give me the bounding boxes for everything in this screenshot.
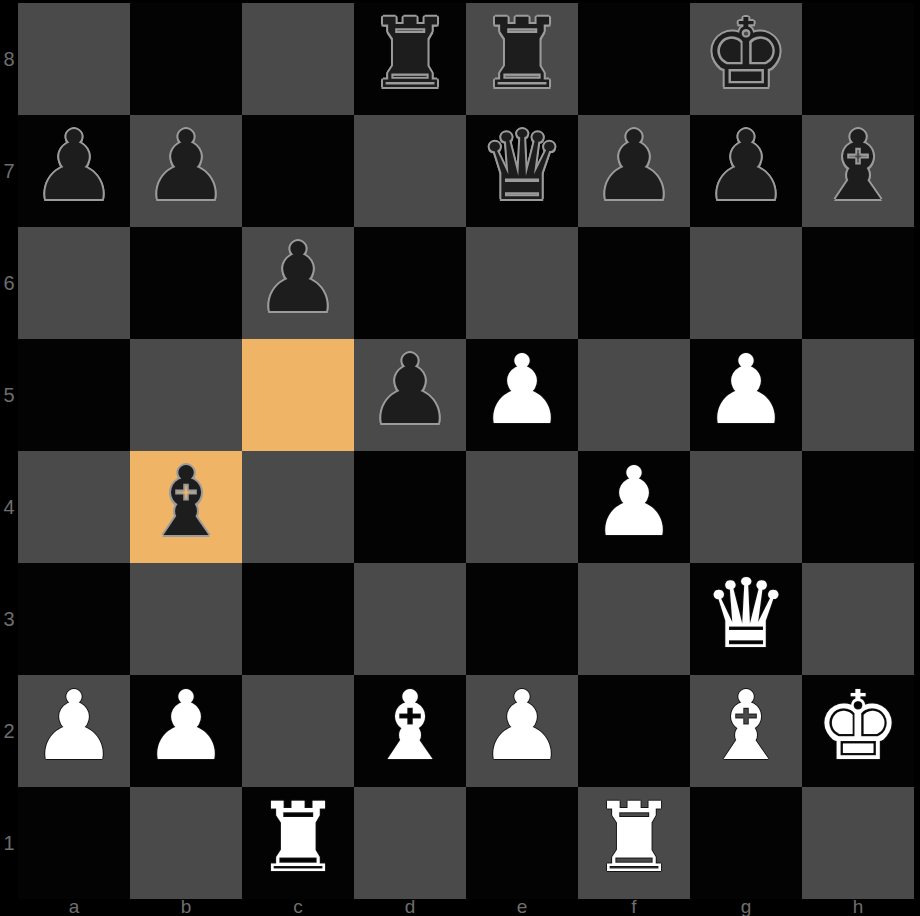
square-h3[interactable] bbox=[802, 563, 914, 675]
square-d2[interactable]: ♝ bbox=[354, 675, 466, 787]
chess-board: ♜♜♚♟♟♛♟♟♝♟♟♟♟♝♟♛♟♟♝♟♝♚♜♜ bbox=[18, 3, 914, 899]
square-e6[interactable] bbox=[466, 227, 578, 339]
square-f1[interactable]: ♜ bbox=[578, 787, 690, 899]
square-d6[interactable] bbox=[354, 227, 466, 339]
square-a6[interactable] bbox=[18, 227, 130, 339]
square-e3[interactable] bbox=[466, 563, 578, 675]
square-e8[interactable]: ♜ bbox=[466, 3, 578, 115]
square-c5[interactable] bbox=[242, 339, 354, 451]
white-king[interactable]: ♚ bbox=[815, 670, 901, 782]
black-queen[interactable]: ♛ bbox=[479, 110, 565, 222]
rank-label-6: 6 bbox=[0, 227, 18, 339]
square-h7[interactable]: ♝ bbox=[802, 115, 914, 227]
square-a2[interactable]: ♟ bbox=[18, 675, 130, 787]
square-d4[interactable] bbox=[354, 451, 466, 563]
file-label-c: c bbox=[242, 898, 354, 916]
square-g7[interactable]: ♟ bbox=[690, 115, 802, 227]
white-pawn[interactable]: ♟ bbox=[479, 670, 565, 782]
square-a3[interactable] bbox=[18, 563, 130, 675]
file-label-f: f bbox=[578, 898, 690, 916]
black-pawn[interactable]: ♟ bbox=[31, 110, 117, 222]
square-h1[interactable] bbox=[802, 787, 914, 899]
square-b3[interactable] bbox=[130, 563, 242, 675]
square-e2[interactable]: ♟ bbox=[466, 675, 578, 787]
white-bishop[interactable]: ♝ bbox=[367, 670, 453, 782]
rank-label-5: 5 bbox=[0, 339, 18, 451]
rank-label-4: 4 bbox=[0, 451, 18, 563]
square-c2[interactable] bbox=[242, 675, 354, 787]
square-f6[interactable] bbox=[578, 227, 690, 339]
white-pawn[interactable]: ♟ bbox=[31, 670, 117, 782]
white-rook[interactable]: ♜ bbox=[255, 782, 341, 894]
square-f3[interactable] bbox=[578, 563, 690, 675]
black-pawn[interactable]: ♟ bbox=[591, 110, 677, 222]
square-a7[interactable]: ♟ bbox=[18, 115, 130, 227]
file-label-b: b bbox=[130, 898, 242, 916]
black-pawn[interactable]: ♟ bbox=[703, 110, 789, 222]
square-c7[interactable] bbox=[242, 115, 354, 227]
square-e4[interactable] bbox=[466, 451, 578, 563]
square-c8[interactable] bbox=[242, 3, 354, 115]
black-pawn[interactable]: ♟ bbox=[367, 334, 453, 446]
rank-label-1: 1 bbox=[0, 787, 18, 899]
square-f5[interactable] bbox=[578, 339, 690, 451]
square-a1[interactable] bbox=[18, 787, 130, 899]
file-label-d: d bbox=[354, 898, 466, 916]
black-bishop[interactable]: ♝ bbox=[815, 110, 901, 222]
square-d8[interactable]: ♜ bbox=[354, 3, 466, 115]
file-label-a: a bbox=[18, 898, 130, 916]
square-b1[interactable] bbox=[130, 787, 242, 899]
square-b7[interactable]: ♟ bbox=[130, 115, 242, 227]
square-h6[interactable] bbox=[802, 227, 914, 339]
square-h2[interactable]: ♚ bbox=[802, 675, 914, 787]
file-label-e: e bbox=[466, 898, 578, 916]
rank-label-2: 2 bbox=[0, 675, 18, 787]
rank-label-3: 3 bbox=[0, 563, 18, 675]
black-rook[interactable]: ♜ bbox=[479, 0, 565, 110]
square-b6[interactable] bbox=[130, 227, 242, 339]
white-queen[interactable]: ♛ bbox=[703, 558, 789, 670]
square-d5[interactable]: ♟ bbox=[354, 339, 466, 451]
square-g1[interactable] bbox=[690, 787, 802, 899]
square-d1[interactable] bbox=[354, 787, 466, 899]
square-c3[interactable] bbox=[242, 563, 354, 675]
white-pawn[interactable]: ♟ bbox=[143, 670, 229, 782]
square-a4[interactable] bbox=[18, 451, 130, 563]
square-b4[interactable]: ♝ bbox=[130, 451, 242, 563]
square-g2[interactable]: ♝ bbox=[690, 675, 802, 787]
square-a8[interactable] bbox=[18, 3, 130, 115]
white-pawn[interactable]: ♟ bbox=[591, 446, 677, 558]
black-king[interactable]: ♚ bbox=[703, 0, 789, 110]
square-c4[interactable] bbox=[242, 451, 354, 563]
square-g8[interactable]: ♚ bbox=[690, 3, 802, 115]
square-h8[interactable] bbox=[802, 3, 914, 115]
square-b2[interactable]: ♟ bbox=[130, 675, 242, 787]
square-g4[interactable] bbox=[690, 451, 802, 563]
square-b5[interactable] bbox=[130, 339, 242, 451]
square-e7[interactable]: ♛ bbox=[466, 115, 578, 227]
square-h5[interactable] bbox=[802, 339, 914, 451]
rank-label-7: 7 bbox=[0, 115, 18, 227]
white-rook[interactable]: ♜ bbox=[591, 782, 677, 894]
white-bishop[interactable]: ♝ bbox=[703, 670, 789, 782]
square-f8[interactable] bbox=[578, 3, 690, 115]
square-f7[interactable]: ♟ bbox=[578, 115, 690, 227]
square-f4[interactable]: ♟ bbox=[578, 451, 690, 563]
rank-label-8: 8 bbox=[0, 3, 18, 115]
square-g5[interactable]: ♟ bbox=[690, 339, 802, 451]
square-h4[interactable] bbox=[802, 451, 914, 563]
file-label-g: g bbox=[690, 898, 802, 916]
square-d7[interactable] bbox=[354, 115, 466, 227]
square-g6[interactable] bbox=[690, 227, 802, 339]
black-pawn[interactable]: ♟ bbox=[255, 222, 341, 334]
black-rook[interactable]: ♜ bbox=[367, 0, 453, 110]
file-label-h: h bbox=[802, 898, 914, 916]
square-f2[interactable] bbox=[578, 675, 690, 787]
square-e1[interactable] bbox=[466, 787, 578, 899]
square-g3[interactable]: ♛ bbox=[690, 563, 802, 675]
chess-app: ♜♜♚♟♟♛♟♟♝♟♟♟♟♝♟♛♟♟♝♟♝♚♜♜ 87654321 abcdef… bbox=[0, 0, 920, 916]
white-pawn[interactable]: ♟ bbox=[703, 334, 789, 446]
square-e5[interactable]: ♟ bbox=[466, 339, 578, 451]
square-c6[interactable]: ♟ bbox=[242, 227, 354, 339]
square-c1[interactable]: ♜ bbox=[242, 787, 354, 899]
white-pawn[interactable]: ♟ bbox=[479, 334, 565, 446]
black-bishop[interactable]: ♝ bbox=[143, 446, 229, 558]
square-d3[interactable] bbox=[354, 563, 466, 675]
square-b8[interactable] bbox=[130, 3, 242, 115]
square-a5[interactable] bbox=[18, 339, 130, 451]
black-pawn[interactable]: ♟ bbox=[143, 110, 229, 222]
